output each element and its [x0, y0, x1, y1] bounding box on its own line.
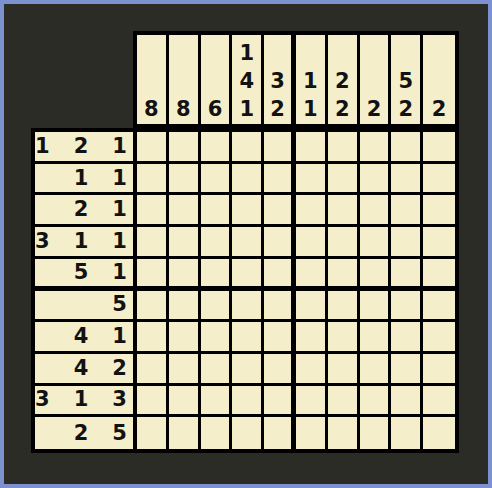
cell-r8c3[interactable] — [201, 354, 233, 386]
clue-number: 2 — [398, 99, 413, 120]
cell-r3c1[interactable] — [137, 195, 169, 227]
clue-number: 1 — [239, 43, 254, 64]
cell-r2c6[interactable] — [296, 164, 328, 196]
clue-number: 4 — [74, 326, 89, 347]
cell-r6c1[interactable] — [137, 291, 169, 323]
cell-r5c5[interactable] — [264, 259, 296, 291]
clue-number: 8 — [176, 99, 191, 120]
cell-r6c8[interactable] — [360, 291, 392, 323]
row-clues: 1211121311515414231325 — [31, 128, 133, 453]
cell-r9c4[interactable] — [232, 386, 264, 418]
cell-r1c9[interactable] — [391, 132, 423, 164]
col-clue-9: 52 — [391, 35, 423, 124]
clue-number: 1 — [35, 136, 50, 157]
cell-r1c1[interactable] — [137, 132, 169, 164]
column-clues: 8861413211222522 — [133, 31, 459, 128]
cell-r10c6[interactable] — [296, 417, 328, 449]
clue-number: 4 — [239, 71, 254, 92]
cell-r3c4[interactable] — [232, 195, 264, 227]
cell-r5c6[interactable] — [296, 259, 328, 291]
col-clue-6: 11 — [296, 35, 328, 124]
nonogram-app: 8861413211222522 1211121311515414231325 — [0, 0, 492, 488]
cell-r10c4[interactable] — [232, 417, 264, 449]
clue-number: 6 — [208, 99, 223, 120]
cell-r10c8[interactable] — [360, 417, 392, 449]
row-clue-10: 25 — [35, 417, 135, 449]
cell-r7c9[interactable] — [391, 322, 423, 354]
clue-number: 2 — [367, 99, 382, 120]
row-clue-9: 313 — [35, 386, 135, 418]
cell-r10c9[interactable] — [391, 417, 423, 449]
clue-number: 2 — [74, 423, 89, 444]
cell-r1c10[interactable] — [423, 132, 455, 164]
cell-r2c4[interactable] — [232, 164, 264, 196]
clue-number: 5 — [112, 294, 127, 315]
cell-r4c9[interactable] — [391, 227, 423, 259]
row-clue-6: 5 — [35, 291, 135, 323]
cell-r8c4[interactable] — [232, 354, 264, 386]
cell-r2c9[interactable] — [391, 164, 423, 196]
cell-r6c3[interactable] — [201, 291, 233, 323]
cell-r2c7[interactable] — [328, 164, 360, 196]
cell-r7c5[interactable] — [264, 322, 296, 354]
cell-r4c7[interactable] — [328, 227, 360, 259]
cell-r7c4[interactable] — [232, 322, 264, 354]
clue-number: 1 — [239, 99, 254, 120]
col-clue-5: 32 — [264, 35, 296, 124]
clue-number: 3 — [270, 71, 285, 92]
cell-r1c7[interactable] — [328, 132, 360, 164]
cell-r10c1[interactable] — [137, 417, 169, 449]
cell-r1c3[interactable] — [201, 132, 233, 164]
cell-r6c4[interactable] — [232, 291, 264, 323]
clue-number: 1 — [112, 168, 127, 189]
cell-r1c2[interactable] — [169, 132, 201, 164]
cell-r4c3[interactable] — [201, 227, 233, 259]
clue-number: 3 — [35, 389, 50, 410]
cell-r5c4[interactable] — [232, 259, 264, 291]
cell-r9c9[interactable] — [391, 386, 423, 418]
cell-r10c2[interactable] — [169, 417, 201, 449]
cell-r9c8[interactable] — [360, 386, 392, 418]
cell-r1c5[interactable] — [264, 132, 296, 164]
col-clue-1: 8 — [137, 35, 169, 124]
cell-r3c9[interactable] — [391, 195, 423, 227]
row-clue-7: 41 — [35, 322, 135, 354]
cell-r3c2[interactable] — [169, 195, 201, 227]
cell-r2c1[interactable] — [137, 164, 169, 196]
row-clue-3: 21 — [35, 195, 135, 227]
cell-r4c2[interactable] — [169, 227, 201, 259]
cell-r9c3[interactable] — [201, 386, 233, 418]
cell-r3c5[interactable] — [264, 195, 296, 227]
clue-number: 1 — [112, 136, 127, 157]
cell-r3c3[interactable] — [201, 195, 233, 227]
cell-r4c8[interactable] — [360, 227, 392, 259]
clue-number: 4 — [74, 358, 89, 379]
cell-r9c7[interactable] — [328, 386, 360, 418]
col-clue-4: 141 — [232, 35, 264, 124]
cell-r7c1[interactable] — [137, 322, 169, 354]
clue-number: 1 — [74, 168, 89, 189]
clue-number: 5 — [112, 423, 127, 444]
cell-r5c10[interactable] — [423, 259, 455, 291]
cell-r5c1[interactable] — [137, 259, 169, 291]
cell-r1c6[interactable] — [296, 132, 328, 164]
cell-r5c2[interactable] — [169, 259, 201, 291]
cell-r4c5[interactable] — [264, 227, 296, 259]
col-clue-2: 8 — [169, 35, 201, 124]
cell-r5c9[interactable] — [391, 259, 423, 291]
clue-number: 2 — [335, 71, 350, 92]
clue-number: 5 — [398, 71, 413, 92]
cell-r8c2[interactable] — [169, 354, 201, 386]
clue-number: 8 — [144, 99, 159, 120]
clue-number: 2 — [74, 136, 89, 157]
clue-number: 1 — [112, 262, 127, 283]
clue-number: 1 — [74, 389, 89, 410]
cell-r8c7[interactable] — [328, 354, 360, 386]
clue-number: 5 — [74, 262, 89, 283]
cell-r7c8[interactable] — [360, 322, 392, 354]
cell-r3c10[interactable] — [423, 195, 455, 227]
cell-r7c7[interactable] — [328, 322, 360, 354]
cell-r1c8[interactable] — [360, 132, 392, 164]
cell-r5c7[interactable] — [328, 259, 360, 291]
col-clue-7: 22 — [328, 35, 360, 124]
cell-r9c10[interactable] — [423, 386, 455, 418]
cell-r7c3[interactable] — [201, 322, 233, 354]
cell-r6c9[interactable] — [391, 291, 423, 323]
cell-r8c1[interactable] — [137, 354, 169, 386]
cell-r3c8[interactable] — [360, 195, 392, 227]
cell-r2c10[interactable] — [423, 164, 455, 196]
cell-r5c8[interactable] — [360, 259, 392, 291]
row-clue-5: 51 — [35, 259, 135, 291]
cell-r3c6[interactable] — [296, 195, 328, 227]
cell-r3c7[interactable] — [328, 195, 360, 227]
col-clue-8: 2 — [360, 35, 392, 124]
clue-number: 2 — [112, 358, 127, 379]
cell-r2c3[interactable] — [201, 164, 233, 196]
cell-r8c5[interactable] — [264, 354, 296, 386]
cell-r4c1[interactable] — [137, 227, 169, 259]
cell-r10c10[interactable] — [423, 417, 455, 449]
col-clue-3: 6 — [201, 35, 233, 124]
cell-r2c2[interactable] — [169, 164, 201, 196]
cell-r8c6[interactable] — [296, 354, 328, 386]
cell-r6c7[interactable] — [328, 291, 360, 323]
cell-r8c10[interactable] — [423, 354, 455, 386]
cell-r8c8[interactable] — [360, 354, 392, 386]
cell-r6c5[interactable] — [264, 291, 296, 323]
cell-r10c5[interactable] — [264, 417, 296, 449]
clue-number: 1 — [303, 99, 318, 120]
clue-number: 2 — [270, 99, 285, 120]
cell-r6c2[interactable] — [169, 291, 201, 323]
cell-r10c7[interactable] — [328, 417, 360, 449]
row-clue-4: 311 — [35, 227, 135, 259]
clue-number: 1 — [74, 231, 89, 252]
clue-number: 1 — [303, 71, 318, 92]
row-clue-1: 121 — [35, 132, 135, 164]
cell-r6c10[interactable] — [423, 291, 455, 323]
cell-r5c3[interactable] — [201, 259, 233, 291]
cell-r7c10[interactable] — [423, 322, 455, 354]
cell-r9c1[interactable] — [137, 386, 169, 418]
cell-r4c10[interactable] — [423, 227, 455, 259]
clue-number: 2 — [74, 199, 89, 220]
cell-r9c6[interactable] — [296, 386, 328, 418]
cell-r1c4[interactable] — [232, 132, 264, 164]
clue-number: 2 — [335, 99, 350, 120]
cell-r4c6[interactable] — [296, 227, 328, 259]
cell-r2c5[interactable] — [264, 164, 296, 196]
cell-r10c3[interactable] — [201, 417, 233, 449]
col-clue-10: 2 — [423, 35, 455, 124]
cell-r9c2[interactable] — [169, 386, 201, 418]
cell-r6c6[interactable] — [296, 291, 328, 323]
cell-r4c4[interactable] — [232, 227, 264, 259]
cell-r8c9[interactable] — [391, 354, 423, 386]
cell-r2c8[interactable] — [360, 164, 392, 196]
clue-number: 1 — [112, 231, 127, 252]
row-clue-2: 11 — [35, 164, 135, 196]
clue-number: 3 — [35, 231, 50, 252]
clue-number: 3 — [112, 389, 127, 410]
clue-number: 1 — [112, 326, 127, 347]
board-grid — [133, 128, 459, 453]
cell-r7c6[interactable] — [296, 322, 328, 354]
clue-number: 2 — [432, 99, 447, 120]
row-clue-8: 42 — [35, 354, 135, 386]
cell-r7c2[interactable] — [169, 322, 201, 354]
clue-number: 1 — [112, 199, 127, 220]
cell-r9c5[interactable] — [264, 386, 296, 418]
